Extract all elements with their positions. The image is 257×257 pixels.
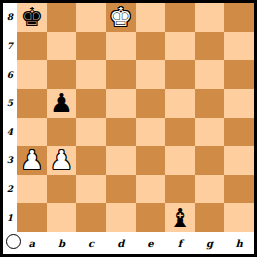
square-b2[interactable] bbox=[47, 175, 77, 204]
square-e2[interactable] bbox=[136, 175, 166, 204]
rank-label-1: 1 bbox=[3, 203, 17, 232]
square-a6[interactable] bbox=[17, 60, 47, 89]
square-f4[interactable] bbox=[165, 118, 195, 147]
square-c2[interactable] bbox=[76, 175, 106, 204]
rank-label-6: 6 bbox=[3, 60, 17, 89]
square-e6[interactable] bbox=[136, 60, 166, 89]
rank-label-3: 3 bbox=[3, 146, 17, 175]
square-d4[interactable] bbox=[106, 118, 136, 147]
file-label-a: a bbox=[17, 232, 47, 254]
file-label-d: d bbox=[106, 232, 136, 254]
square-b5[interactable]: ♟ bbox=[47, 89, 77, 118]
square-b6[interactable] bbox=[47, 60, 77, 89]
square-a8[interactable]: ♚ bbox=[17, 3, 47, 32]
square-d1[interactable] bbox=[106, 203, 136, 232]
file-label-g: g bbox=[195, 232, 225, 254]
square-c5[interactable] bbox=[76, 89, 106, 118]
square-b7[interactable] bbox=[47, 32, 77, 61]
chess-diagram-frame: 87654321 ♚♚♟♟♟♝ abcdefgh bbox=[0, 0, 257, 257]
rank-label-8: 8 bbox=[3, 3, 17, 32]
square-g3[interactable] bbox=[195, 146, 225, 175]
square-f7[interactable] bbox=[165, 32, 195, 61]
chess-board: ♚♚♟♟♟♝ bbox=[17, 3, 254, 232]
rank-label-5: 5 bbox=[3, 89, 17, 118]
square-a3[interactable]: ♟ bbox=[17, 146, 47, 175]
square-e4[interactable] bbox=[136, 118, 166, 147]
square-c8[interactable] bbox=[76, 3, 106, 32]
square-h4[interactable] bbox=[224, 118, 254, 147]
square-g2[interactable] bbox=[195, 175, 225, 204]
file-label-h: h bbox=[224, 232, 254, 254]
square-b8[interactable] bbox=[47, 3, 77, 32]
file-label-f: f bbox=[165, 232, 195, 254]
square-g5[interactable] bbox=[195, 89, 225, 118]
square-g1[interactable] bbox=[195, 203, 225, 232]
square-h7[interactable] bbox=[224, 32, 254, 61]
square-h3[interactable] bbox=[224, 146, 254, 175]
square-c4[interactable] bbox=[76, 118, 106, 147]
square-a4[interactable] bbox=[17, 118, 47, 147]
square-b3[interactable]: ♟ bbox=[47, 146, 77, 175]
square-a7[interactable] bbox=[17, 32, 47, 61]
square-d7[interactable] bbox=[106, 32, 136, 61]
square-h5[interactable] bbox=[224, 89, 254, 118]
square-c3[interactable] bbox=[76, 146, 106, 175]
piece-white-pawn[interactable]: ♟ bbox=[47, 146, 77, 175]
square-f5[interactable] bbox=[165, 89, 195, 118]
square-b1[interactable] bbox=[47, 203, 77, 232]
piece-black-pawn[interactable]: ♟ bbox=[47, 89, 77, 118]
square-f3[interactable] bbox=[165, 146, 195, 175]
piece-black-bishop[interactable]: ♝ bbox=[165, 203, 195, 232]
square-g7[interactable] bbox=[195, 32, 225, 61]
square-c6[interactable] bbox=[76, 60, 106, 89]
file-label-c: c bbox=[76, 232, 106, 254]
square-d8[interactable]: ♚ bbox=[106, 3, 136, 32]
square-c1[interactable] bbox=[76, 203, 106, 232]
square-d5[interactable] bbox=[106, 89, 136, 118]
square-f6[interactable] bbox=[165, 60, 195, 89]
square-a2[interactable] bbox=[17, 175, 47, 204]
rank-label-2: 2 bbox=[3, 175, 17, 204]
square-a5[interactable] bbox=[17, 89, 47, 118]
square-f2[interactable] bbox=[165, 175, 195, 204]
white-to-move-indicator bbox=[6, 234, 21, 249]
square-g6[interactable] bbox=[195, 60, 225, 89]
piece-white-pawn[interactable]: ♟ bbox=[17, 146, 47, 175]
file-label-b: b bbox=[47, 232, 77, 254]
square-f1[interactable]: ♝ bbox=[165, 203, 195, 232]
square-b4[interactable] bbox=[47, 118, 77, 147]
square-g8[interactable] bbox=[195, 3, 225, 32]
square-d3[interactable] bbox=[106, 146, 136, 175]
square-e8[interactable] bbox=[136, 3, 166, 32]
piece-white-king[interactable]: ♚ bbox=[106, 3, 136, 32]
square-h1[interactable] bbox=[224, 203, 254, 232]
file-label-e: e bbox=[136, 232, 166, 254]
rank-label-7: 7 bbox=[3, 32, 17, 61]
square-h8[interactable] bbox=[224, 3, 254, 32]
square-f8[interactable] bbox=[165, 3, 195, 32]
rank-labels: 87654321 bbox=[3, 3, 17, 232]
square-h2[interactable] bbox=[224, 175, 254, 204]
square-e3[interactable] bbox=[136, 146, 166, 175]
square-d2[interactable] bbox=[106, 175, 136, 204]
square-e5[interactable] bbox=[136, 89, 166, 118]
square-e7[interactable] bbox=[136, 32, 166, 61]
square-h6[interactable] bbox=[224, 60, 254, 89]
square-c7[interactable] bbox=[76, 32, 106, 61]
square-e1[interactable] bbox=[136, 203, 166, 232]
rank-label-4: 4 bbox=[3, 118, 17, 147]
square-a1[interactable] bbox=[17, 203, 47, 232]
piece-black-king[interactable]: ♚ bbox=[17, 3, 47, 32]
square-d6[interactable] bbox=[106, 60, 136, 89]
file-labels: abcdefgh bbox=[17, 232, 254, 254]
square-g4[interactable] bbox=[195, 118, 225, 147]
